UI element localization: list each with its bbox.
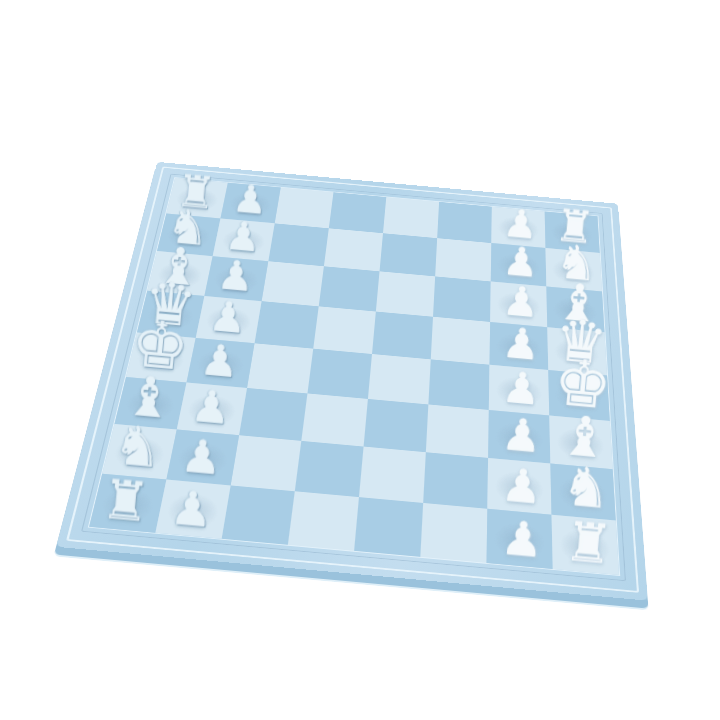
square-c4 [319,266,380,311]
square-f2: ♟ [177,382,247,435]
square-c2: ♟ [204,256,268,301]
square-a7: ♟ [491,207,545,248]
square-d7: ♟ [490,322,549,370]
square-h4 [288,491,359,551]
square-f7: ♟ [488,410,550,464]
square-g7: ♟ [487,458,551,515]
piece-clear-pawn: ♟ [223,216,262,259]
square-d3 [254,301,318,349]
piece-frosted-pawn: ♟ [499,412,543,460]
square-c6 [433,276,491,322]
square-g2: ♟ [166,430,239,486]
square-g3 [231,435,302,491]
square-c1: ♝ [147,251,212,296]
square-g8: ♞ [550,464,615,521]
square-e3 [247,343,313,393]
piece-clear-pawn: ♟ [168,484,214,535]
piece-frosted-pawn: ♟ [501,280,541,324]
piece-clear-knight: ♞ [111,418,165,477]
square-e6 [428,359,489,410]
piece-clear-pawn: ♟ [189,384,233,432]
piece-frosted-knight: ♞ [559,458,613,517]
square-e4 [307,349,372,399]
square-h6 [420,503,487,563]
square-b8: ♞ [546,248,602,292]
square-f6 [426,404,489,457]
glass-chess-board: ♜♟♟♜♞♟♟♞♝♟♟♝♛♟♟♛♚♟♟♚♝♟♟♝♞♟♟♞♜♟♟♜ [56,162,647,601]
piece-clear-pawn: ♟ [207,295,248,340]
square-a2: ♟ [220,183,280,224]
square-b1: ♞ [157,214,220,257]
piece-clear-pawn: ♟ [179,432,224,481]
square-g5 [359,447,426,503]
square-a6 [437,202,492,243]
square-d1: ♛ [137,291,204,338]
piece-clear-pawn: ♟ [215,254,255,298]
square-b4 [324,228,383,271]
square-g1: ♞ [102,424,177,480]
square-a5 [383,197,439,238]
square-b7: ♟ [491,243,547,286]
piece-frosted-pawn: ♟ [500,366,542,412]
square-b3 [268,223,329,266]
square-a3 [275,187,334,228]
square-a8: ♜ [545,211,600,252]
piece-clear-pawn: ♟ [231,179,269,221]
board-perspective-wrapper: ♜♟♟♜♞♟♟♞♝♟♟♝♛♟♟♛♚♟♟♚♝♟♟♝♞♟♟♞♜♟♟♜ [90,72,655,637]
square-e2: ♟ [187,338,255,388]
square-f1: ♝ [115,377,187,430]
square-h2: ♟ [155,480,230,539]
piece-frosted-rook: ♜ [562,513,615,571]
square-h3 [222,485,295,544]
piece-frosted-pawn: ♟ [500,322,541,367]
piece-frosted-pawn: ♟ [501,241,540,284]
checker-grid: ♜♟♟♜♞♟♟♞♝♟♟♝♛♟♟♛♚♟♟♚♝♟♟♝♞♟♟♞♜♟♟♜ [89,178,619,575]
piece-clear-rook: ♜ [99,471,152,529]
square-a1: ♜ [166,178,228,219]
piece-clear-pawn: ♟ [198,338,240,384]
square-h5 [354,497,423,557]
square-d2: ♟ [196,296,262,343]
square-b6 [435,238,491,281]
square-f8: ♝ [549,415,612,469]
square-c3 [262,261,324,306]
square-d5 [372,312,433,360]
piece-frosted-pawn: ♟ [499,462,544,511]
square-d4 [313,306,376,354]
square-d6 [431,317,490,365]
square-c8: ♝ [546,287,604,333]
square-g6 [423,452,488,509]
square-e5 [368,354,431,404]
square-b2: ♟ [213,218,275,261]
piece-clear-king: ♚ [128,311,191,380]
square-a4 [329,192,386,233]
square-d8: ♛ [547,327,607,375]
square-h1: ♜ [89,474,166,533]
square-c5 [376,271,435,316]
square-e8: ♚ [548,370,609,421]
piece-frosted-pawn: ♟ [501,204,539,246]
square-b5 [380,233,438,276]
square-f3 [239,388,307,441]
square-e7: ♟ [489,365,549,416]
piece-clear-rook: ♜ [174,168,217,216]
square-f5 [364,399,429,452]
square-g4 [295,441,364,497]
square-f4 [301,393,368,446]
piece-frosted-rook: ♜ [553,203,596,251]
square-h8: ♜ [552,515,619,575]
square-e1: ♚ [126,333,196,383]
square-h7: ♟ [487,509,553,569]
product-photo-scene: ♜♟♟♜♞♟♟♞♝♟♟♝♛♟♟♛♚♟♟♚♝♟♟♝♞♟♟♞♜♟♟♜ [0,0,720,720]
piece-frosted-pawn: ♟ [499,514,545,565]
square-c7: ♟ [490,281,547,327]
